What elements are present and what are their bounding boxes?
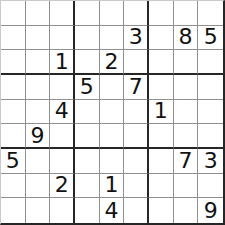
cell-r4c9[interactable]: [198, 75, 223, 100]
cell-r6c7[interactable]: [149, 124, 174, 149]
given-digit: 4: [104, 200, 118, 222]
cell-r7c7[interactable]: [149, 149, 174, 174]
given-digit: 2: [104, 51, 118, 73]
cell-r5c8[interactable]: [174, 100, 199, 125]
cell-r4c8[interactable]: [174, 75, 199, 100]
given-digit: 3: [129, 26, 143, 48]
cell-r1c5[interactable]: [100, 1, 125, 26]
cell-r5c1[interactable]: [1, 100, 26, 125]
cell-r6c6[interactable]: [124, 124, 149, 149]
cell-r2c1[interactable]: [1, 26, 26, 51]
given-digit: 7: [129, 76, 143, 98]
cell-r4c5[interactable]: [100, 75, 125, 100]
cell-r4c6: 7: [124, 75, 149, 100]
given-digit: 4: [55, 100, 69, 122]
cell-r8c5: 1: [100, 174, 125, 199]
cell-r5c4[interactable]: [75, 100, 100, 125]
cell-r7c9: 3: [198, 149, 223, 174]
given-digit: 9: [204, 200, 218, 222]
cell-r7c2[interactable]: [26, 149, 51, 174]
cell-r4c2[interactable]: [26, 75, 51, 100]
sudoku-board: 38512574195732149: [0, 0, 225, 225]
cell-r6c8[interactable]: [174, 124, 199, 149]
given-digit: 8: [178, 26, 192, 48]
cell-r8c6[interactable]: [124, 174, 149, 199]
cell-r9c3[interactable]: [50, 198, 75, 223]
cell-r3c1[interactable]: [1, 50, 26, 75]
cell-r2c2[interactable]: [26, 26, 51, 51]
cell-r8c3: 2: [50, 174, 75, 199]
cell-r6c9[interactable]: [198, 124, 223, 149]
cell-r3c4[interactable]: [75, 50, 100, 75]
cell-r7c4[interactable]: [75, 149, 100, 174]
cell-r8c4[interactable]: [75, 174, 100, 199]
cell-r2c7[interactable]: [149, 26, 174, 51]
cell-r6c2: 9: [26, 124, 51, 149]
cell-r9c4[interactable]: [75, 198, 100, 223]
cell-r3c8[interactable]: [174, 50, 199, 75]
cell-r1c8[interactable]: [174, 1, 199, 26]
cell-r1c6[interactable]: [124, 1, 149, 26]
given-digit: 1: [154, 100, 168, 122]
cell-r4c3[interactable]: [50, 75, 75, 100]
cell-r1c3[interactable]: [50, 1, 75, 26]
cell-r1c4[interactable]: [75, 1, 100, 26]
given-digit: 1: [55, 51, 69, 73]
cell-r7c8: 7: [174, 149, 199, 174]
cell-r3c9[interactable]: [198, 50, 223, 75]
cell-r6c4[interactable]: [75, 124, 100, 149]
cell-r3c7[interactable]: [149, 50, 174, 75]
cell-r6c1[interactable]: [1, 124, 26, 149]
cell-r2c4[interactable]: [75, 26, 100, 51]
cell-r8c8[interactable]: [174, 174, 199, 199]
cell-r3c5: 2: [100, 50, 125, 75]
given-digit: 5: [204, 26, 218, 48]
cell-r4c4: 5: [75, 75, 100, 100]
given-digit: 3: [204, 150, 218, 172]
cell-r2c6: 3: [124, 26, 149, 51]
given-digit: 5: [80, 76, 94, 98]
given-digit: 9: [30, 125, 44, 147]
cell-r9c8[interactable]: [174, 198, 199, 223]
cell-r9c1[interactable]: [1, 198, 26, 223]
cell-r2c9: 5: [198, 26, 223, 51]
cell-r1c9[interactable]: [198, 1, 223, 26]
cell-r3c2[interactable]: [26, 50, 51, 75]
cell-r5c7: 1: [149, 100, 174, 125]
cell-r1c2[interactable]: [26, 1, 51, 26]
cell-r8c1[interactable]: [1, 174, 26, 199]
cell-r3c6[interactable]: [124, 50, 149, 75]
given-digit: 7: [178, 150, 192, 172]
cell-r8c9[interactable]: [198, 174, 223, 199]
cell-r5c5[interactable]: [100, 100, 125, 125]
cell-r9c7[interactable]: [149, 198, 174, 223]
cell-r9c5: 4: [100, 198, 125, 223]
cell-r8c2[interactable]: [26, 174, 51, 199]
cell-r9c6[interactable]: [124, 198, 149, 223]
cell-r2c8: 8: [174, 26, 199, 51]
cell-r5c6[interactable]: [124, 100, 149, 125]
cell-r4c1[interactable]: [1, 75, 26, 100]
cell-r3c3: 1: [50, 50, 75, 75]
cell-r8c7[interactable]: [149, 174, 174, 199]
cell-r5c9[interactable]: [198, 100, 223, 125]
cell-r1c7[interactable]: [149, 1, 174, 26]
cell-r7c5[interactable]: [100, 149, 125, 174]
given-digit: 5: [6, 150, 20, 172]
given-digit: 1: [104, 174, 118, 196]
cell-r2c5[interactable]: [100, 26, 125, 51]
cell-r6c5[interactable]: [100, 124, 125, 149]
cell-r1c1[interactable]: [1, 1, 26, 26]
cell-r9c2[interactable]: [26, 198, 51, 223]
cell-r2c3[interactable]: [50, 26, 75, 51]
given-digit: 2: [55, 174, 69, 196]
cell-r5c2[interactable]: [26, 100, 51, 125]
cell-r5c3: 4: [50, 100, 75, 125]
cell-r4c7[interactable]: [149, 75, 174, 100]
cell-r6c3[interactable]: [50, 124, 75, 149]
cell-r7c3[interactable]: [50, 149, 75, 174]
cell-r9c9: 9: [198, 198, 223, 223]
cell-r7c1: 5: [1, 149, 26, 174]
cell-r7c6[interactable]: [124, 149, 149, 174]
